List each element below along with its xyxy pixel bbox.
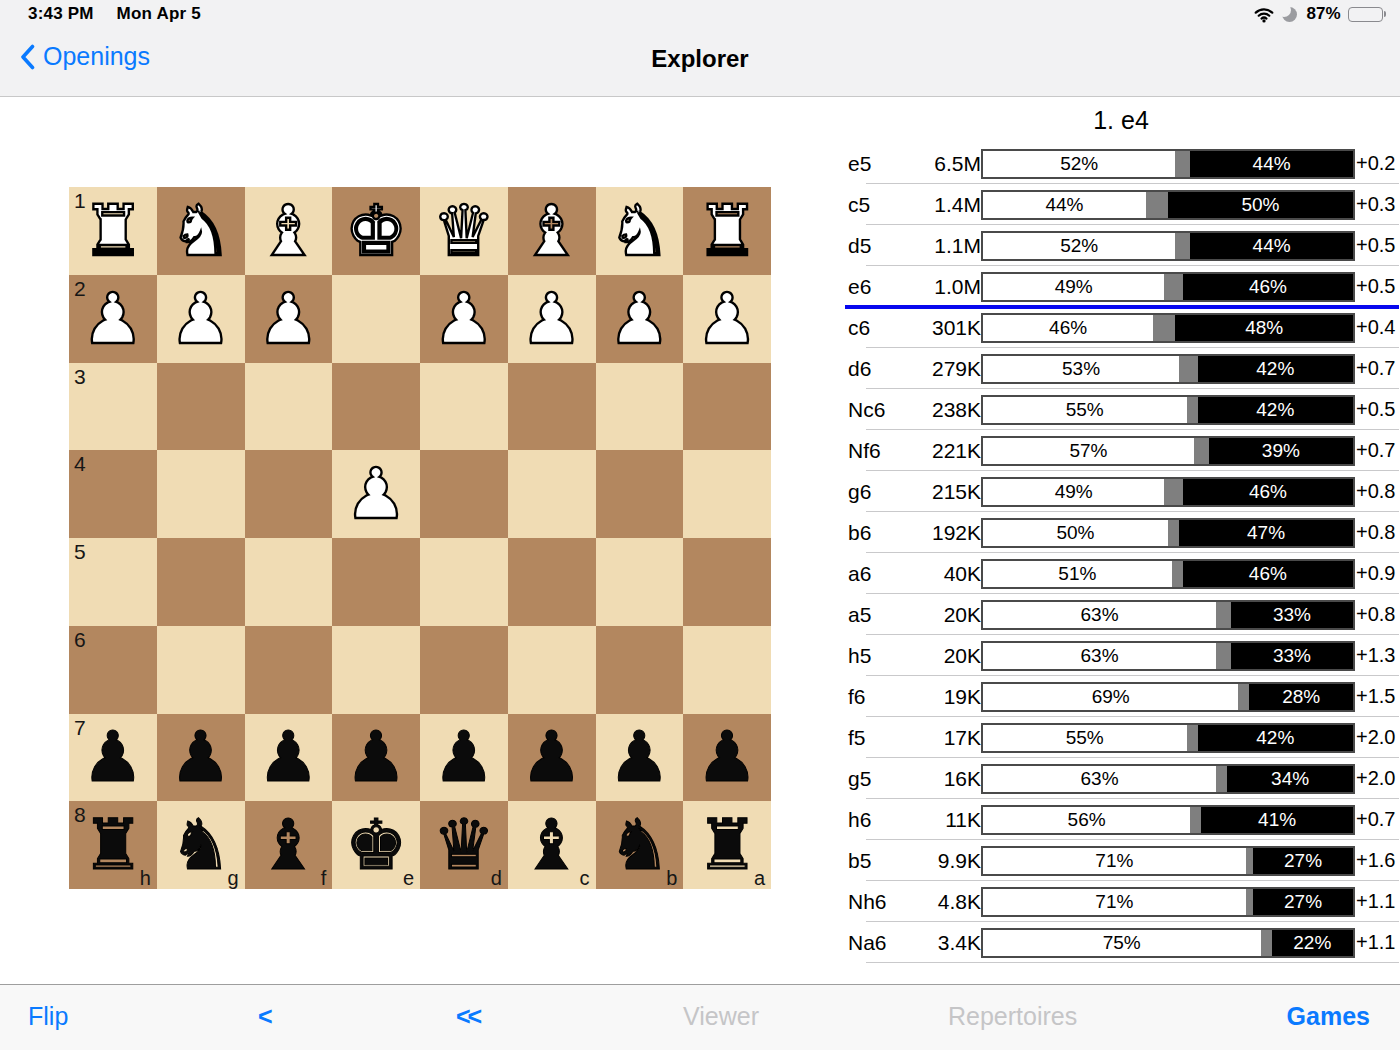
- black-win-segment: 28%: [1249, 684, 1353, 710]
- move-label: Nc6: [845, 398, 897, 422]
- file-label-f: f: [321, 867, 327, 890]
- moon-icon: [1282, 6, 1299, 23]
- black-pawn-piece: ♟: [596, 714, 684, 802]
- square-c5[interactable]: [508, 538, 596, 626]
- games-count: 9.9K: [897, 849, 981, 873]
- file-label-g: g: [227, 867, 238, 890]
- white-win-segment: 44%: [983, 192, 1146, 218]
- eval-label: +0.8: [1355, 480, 1397, 503]
- explorer-row-c5[interactable]: c51.4M44%50%+0.3: [845, 184, 1397, 225]
- white-win-segment: 52%: [983, 233, 1175, 259]
- file-label-b: b: [666, 867, 677, 890]
- black-pawn-piece: ♟: [332, 714, 420, 802]
- eval-label: +0.8: [1355, 521, 1397, 544]
- square-d1[interactable]: ♛: [420, 187, 508, 275]
- square-f2[interactable]: ♟: [245, 275, 333, 363]
- explorer-row-c6[interactable]: c6301K46%48%+0.4: [845, 307, 1397, 348]
- black-pawn-piece: ♟: [508, 714, 596, 802]
- move-label: b5: [845, 849, 897, 873]
- result-bar: 55%42%: [981, 723, 1355, 753]
- black-win-segment: 46%: [1183, 274, 1353, 300]
- page-title: Explorer: [0, 45, 1400, 73]
- file-label-h: h: [140, 867, 151, 890]
- move-label: e5: [845, 152, 897, 176]
- eval-label: +1.6: [1355, 849, 1397, 872]
- games-count: 279K: [897, 357, 981, 381]
- games-count: 6.5M: [897, 152, 981, 176]
- square-b8[interactable]: b♞: [596, 801, 684, 889]
- square-h2[interactable]: 2♟: [69, 275, 157, 363]
- rank-label-6: 6: [74, 628, 86, 652]
- white-pawn-piece: ♟: [332, 450, 420, 538]
- move-label: g6: [845, 480, 897, 504]
- draw-segment: [1190, 807, 1201, 833]
- square-e6[interactable]: [332, 626, 420, 714]
- games-count: 20K: [897, 644, 981, 668]
- move-label: Nf6: [845, 439, 897, 463]
- draw-segment: [1216, 602, 1231, 628]
- eval-label: +0.3: [1355, 193, 1397, 216]
- move-label: Na6: [845, 931, 897, 955]
- square-e8[interactable]: e♚: [332, 801, 420, 889]
- games-count: 1.1M: [897, 234, 981, 258]
- draw-segment: [1187, 397, 1198, 423]
- draw-segment: [1187, 725, 1198, 751]
- wifi-icon: [1253, 6, 1275, 23]
- draw-segment: [1246, 889, 1253, 915]
- explorer-row-a5[interactable]: a520K63%33%+0.8: [845, 594, 1397, 635]
- square-g3[interactable]: [157, 363, 245, 451]
- square-f6[interactable]: [245, 626, 333, 714]
- result-bar: 52%44%: [981, 149, 1355, 179]
- rank-label-4: 4: [74, 452, 86, 476]
- square-g5[interactable]: [157, 538, 245, 626]
- file-label-d: d: [491, 867, 502, 890]
- file-label-e: e: [403, 867, 414, 890]
- explorer-row-Nh6[interactable]: Nh64.8K71%27%+1.1: [845, 881, 1397, 922]
- draw-segment: [1168, 520, 1179, 546]
- black-pawn-piece: ♟: [683, 714, 771, 802]
- white-win-segment: 53%: [983, 356, 1179, 382]
- draw-segment: [1216, 643, 1231, 669]
- games-count: 215K: [897, 480, 981, 504]
- move-label: Nh6: [845, 890, 897, 914]
- black-win-segment: 46%: [1183, 561, 1353, 587]
- square-b2[interactable]: ♟: [596, 275, 684, 363]
- black-win-segment: 22%: [1272, 930, 1353, 956]
- rank-label-2: 2: [74, 277, 86, 301]
- square-d4[interactable]: [420, 450, 508, 538]
- draw-segment: [1261, 930, 1272, 956]
- games-count: 11K: [897, 808, 981, 832]
- opening-explorer: 1. e4 e56.5M52%44%+0.2c51.4M44%50%+0.3d5…: [845, 97, 1397, 963]
- black-win-segment: 44%: [1190, 233, 1353, 259]
- square-g1[interactable]: ♞: [157, 187, 245, 275]
- move-label: f5: [845, 726, 897, 750]
- square-f5[interactable]: [245, 538, 333, 626]
- white-win-segment: 50%: [983, 520, 1168, 546]
- square-h4[interactable]: 4: [69, 450, 157, 538]
- square-b6[interactable]: [596, 626, 684, 714]
- explorer-row-b5[interactable]: b59.9K71%27%+1.6: [845, 840, 1397, 881]
- square-b5[interactable]: [596, 538, 684, 626]
- result-bar: 75%22%: [981, 928, 1355, 958]
- move-label: c5: [845, 193, 897, 217]
- rank-label-8: 8: [74, 803, 86, 827]
- eval-label: +0.7: [1355, 808, 1397, 831]
- square-g6[interactable]: [157, 626, 245, 714]
- white-bishop-piece: ♝: [508, 187, 596, 275]
- white-king-piece: ♚: [332, 187, 420, 275]
- games-count: 16K: [897, 767, 981, 791]
- eval-label: +1.5: [1355, 685, 1397, 708]
- eval-label: +0.7: [1355, 357, 1397, 380]
- white-queen-piece: ♛: [420, 187, 508, 275]
- flip-button[interactable]: Flip: [28, 1002, 68, 1031]
- square-d7[interactable]: ♟: [420, 714, 508, 802]
- black-win-segment: 42%: [1198, 725, 1353, 751]
- chess-board[interactable]: 1♜♞♝♚♛♝♞♜2♟♟♟♟♟♟♟34♟567♟♟♟♟♟♟♟♟8h♜g♞f♝e♚…: [69, 187, 771, 889]
- white-win-segment: 63%: [983, 602, 1216, 628]
- eval-label: +0.8: [1355, 603, 1397, 626]
- explorer-row-d5[interactable]: d51.1M52%44%+0.5: [845, 225, 1397, 266]
- square-e2[interactable]: [332, 275, 420, 363]
- games-count: 192K: [897, 521, 981, 545]
- draw-segment: [1175, 151, 1190, 177]
- square-h5[interactable]: 5: [69, 538, 157, 626]
- black-win-segment: 44%: [1190, 151, 1353, 177]
- explorer-row-Nf6[interactable]: Nf6221K57%39%+0.7: [845, 430, 1397, 471]
- repertoires-tab: Repertoires: [948, 1002, 1077, 1031]
- square-a7[interactable]: ♟: [683, 714, 771, 802]
- black-win-segment: 46%: [1183, 479, 1353, 505]
- square-b1[interactable]: ♞: [596, 187, 684, 275]
- square-h8[interactable]: 8h♜: [69, 801, 157, 889]
- square-a5[interactable]: [683, 538, 771, 626]
- square-a2[interactable]: ♟: [683, 275, 771, 363]
- move-label: c6: [845, 316, 897, 340]
- battery-percent: 87%: [1306, 4, 1340, 24]
- move-label: f6: [845, 685, 897, 709]
- black-bishop-piece: ♝: [245, 801, 333, 889]
- move-label: d6: [845, 357, 897, 381]
- white-pawn-piece: ♟: [508, 275, 596, 363]
- black-win-segment: 42%: [1198, 356, 1353, 382]
- black-win-segment: 47%: [1179, 520, 1353, 546]
- square-e4[interactable]: ♟: [332, 450, 420, 538]
- eval-label: +0.5: [1355, 275, 1397, 298]
- square-c3[interactable]: [508, 363, 596, 451]
- result-bar: 44%50%: [981, 190, 1355, 220]
- square-a6[interactable]: [683, 626, 771, 714]
- games-count: 1.0M: [897, 275, 981, 299]
- status-time-date: 3:43 PM Mon Apr 5: [28, 4, 201, 24]
- white-win-segment: 55%: [983, 397, 1187, 423]
- black-win-segment: 34%: [1227, 766, 1353, 792]
- square-e7[interactable]: ♟: [332, 714, 420, 802]
- square-c7[interactable]: ♟: [508, 714, 596, 802]
- square-h3[interactable]: 3: [69, 363, 157, 451]
- rank-label-7: 7: [74, 716, 86, 740]
- white-win-segment: 46%: [983, 315, 1153, 341]
- square-g2[interactable]: ♟: [157, 275, 245, 363]
- draw-segment: [1146, 192, 1168, 218]
- viewer-tab: Viewer: [683, 1002, 759, 1031]
- square-h7[interactable]: 7♟: [69, 714, 157, 802]
- file-label-c: c: [580, 867, 590, 890]
- eval-label: +0.2: [1355, 152, 1397, 175]
- result-bar: 49%46%: [981, 272, 1355, 302]
- square-f7[interactable]: ♟: [245, 714, 333, 802]
- move-label: e6: [845, 275, 897, 299]
- white-win-segment: 75%: [983, 930, 1261, 956]
- black-win-segment: 27%: [1253, 848, 1353, 874]
- move-label: h6: [845, 808, 897, 832]
- black-win-segment: 39%: [1209, 438, 1353, 464]
- black-win-segment: 27%: [1253, 889, 1353, 915]
- square-d3[interactable]: [420, 363, 508, 451]
- explorer-row-h6[interactable]: h611K56%41%+0.7: [845, 799, 1397, 840]
- square-g8[interactable]: g♞: [157, 801, 245, 889]
- white-bishop-piece: ♝: [245, 187, 333, 275]
- result-bar: 57%39%: [981, 436, 1355, 466]
- eval-label: +0.7: [1355, 439, 1397, 462]
- games-count: 40K: [897, 562, 981, 586]
- explorer-row-b6[interactable]: b6192K50%47%+0.8: [845, 512, 1397, 553]
- white-pawn-piece: ♟: [157, 275, 245, 363]
- white-knight-piece: ♞: [157, 187, 245, 275]
- square-f3[interactable]: [245, 363, 333, 451]
- games-tab[interactable]: Games: [1287, 1002, 1370, 1031]
- move-label: d5: [845, 234, 897, 258]
- square-b3[interactable]: [596, 363, 684, 451]
- explorer-row-h5[interactable]: h520K63%33%+1.3: [845, 635, 1397, 676]
- square-a4[interactable]: [683, 450, 771, 538]
- eval-label: +2.0: [1355, 767, 1397, 790]
- white-pawn-piece: ♟: [245, 275, 333, 363]
- eval-label: +0.5: [1355, 234, 1397, 257]
- result-bar: 69%28%: [981, 682, 1355, 712]
- draw-segment: [1164, 479, 1183, 505]
- square-a3[interactable]: [683, 363, 771, 451]
- file-label-a: a: [754, 867, 765, 890]
- square-g4[interactable]: [157, 450, 245, 538]
- games-count: 221K: [897, 439, 981, 463]
- black-pawn-piece: ♟: [245, 714, 333, 802]
- draw-segment: [1238, 684, 1249, 710]
- explorer-row-a6[interactable]: a640K51%46%+0.9: [845, 553, 1397, 594]
- white-pawn-piece: ♟: [596, 275, 684, 363]
- result-bar: 55%42%: [981, 395, 1355, 425]
- square-h1[interactable]: 1♜: [69, 187, 157, 275]
- draw-segment: [1179, 356, 1198, 382]
- square-f8[interactable]: f♝: [245, 801, 333, 889]
- square-h6[interactable]: 6: [69, 626, 157, 714]
- explorer-row-Na6[interactable]: Na63.4K75%22%+1.1: [845, 922, 1397, 963]
- explorer-row-d6[interactable]: d6279K53%42%+0.7: [845, 348, 1397, 389]
- games-count: 1.4M: [897, 193, 981, 217]
- white-win-segment: 55%: [983, 725, 1187, 751]
- white-win-segment: 51%: [983, 561, 1172, 587]
- draw-segment: [1164, 274, 1183, 300]
- black-win-segment: 41%: [1201, 807, 1353, 833]
- square-e1[interactable]: ♚: [332, 187, 420, 275]
- square-c8[interactable]: c♝: [508, 801, 596, 889]
- black-win-segment: 50%: [1168, 192, 1353, 218]
- square-d6[interactable]: [420, 626, 508, 714]
- eval-label: +1.1: [1355, 931, 1397, 954]
- white-win-segment: 69%: [983, 684, 1238, 710]
- draw-segment: [1194, 438, 1209, 464]
- square-f1[interactable]: ♝: [245, 187, 333, 275]
- rewind-button[interactable]: <<: [456, 1002, 479, 1031]
- square-b7[interactable]: ♟: [596, 714, 684, 802]
- status-date: Mon Apr 5: [117, 4, 201, 23]
- eval-label: +1.3: [1355, 644, 1397, 667]
- prev-move-button[interactable]: <: [258, 1002, 273, 1031]
- explorer-header: 1. e4: [845, 97, 1397, 143]
- draw-segment: [1172, 561, 1183, 587]
- white-rook-piece: ♜: [683, 187, 771, 275]
- result-bar: 53%42%: [981, 354, 1355, 384]
- bottom-toolbar: Flip < << Viewer Repertoires Games: [0, 984, 1400, 1050]
- games-count: 4.8K: [897, 890, 981, 914]
- result-bar: 71%27%: [981, 846, 1355, 876]
- white-pawn-piece: ♟: [420, 275, 508, 363]
- status-time: 3:43 PM: [28, 4, 94, 23]
- result-bar: 50%47%: [981, 518, 1355, 548]
- white-pawn-piece: ♟: [683, 275, 771, 363]
- explorer-rows: e56.5M52%44%+0.2c51.4M44%50%+0.3d51.1M52…: [845, 143, 1397, 963]
- result-bar: 71%27%: [981, 887, 1355, 917]
- rank-label-3: 3: [74, 365, 86, 389]
- eval-label: +0.5: [1355, 398, 1397, 421]
- result-bar: 46%48%: [981, 313, 1355, 343]
- explorer-row-g5[interactable]: g516K63%34%+2.0: [845, 758, 1397, 799]
- white-win-segment: 71%: [983, 889, 1246, 915]
- square-d5[interactable]: [420, 538, 508, 626]
- square-e5[interactable]: [332, 538, 420, 626]
- square-a8[interactable]: a♜: [683, 801, 771, 889]
- move-label: g5: [845, 767, 897, 791]
- result-bar: 63%33%: [981, 641, 1355, 671]
- draw-segment: [1216, 766, 1227, 792]
- draw-segment: [1175, 233, 1190, 259]
- explorer-row-g6[interactable]: g6215K49%46%+0.8: [845, 471, 1397, 512]
- square-g7[interactable]: ♟: [157, 714, 245, 802]
- result-bar: 56%41%: [981, 805, 1355, 835]
- rank-label-5: 5: [74, 540, 86, 564]
- white-win-segment: 63%: [983, 766, 1216, 792]
- result-bar: 52%44%: [981, 231, 1355, 261]
- move-label: b6: [845, 521, 897, 545]
- explorer-row-f5[interactable]: f517K55%42%+2.0: [845, 717, 1397, 758]
- square-c4[interactable]: [508, 450, 596, 538]
- draw-segment: [1153, 315, 1175, 341]
- result-bar: 63%33%: [981, 600, 1355, 630]
- black-win-segment: 48%: [1175, 315, 1353, 341]
- square-d8[interactable]: d♛: [420, 801, 508, 889]
- explorer-row-f6[interactable]: f619K69%28%+1.5: [845, 676, 1397, 717]
- explorer-row-e6[interactable]: e61.0M49%46%+0.5: [845, 266, 1397, 307]
- black-win-segment: 42%: [1198, 397, 1353, 423]
- black-win-segment: 33%: [1231, 643, 1353, 669]
- eval-label: +0.9: [1355, 562, 1397, 585]
- white-knight-piece: ♞: [596, 187, 684, 275]
- square-c6[interactable]: [508, 626, 596, 714]
- result-bar: 51%46%: [981, 559, 1355, 589]
- games-count: 3.4K: [897, 931, 981, 955]
- black-win-segment: 33%: [1231, 602, 1353, 628]
- draw-segment: [1246, 848, 1253, 874]
- games-count: 20K: [897, 603, 981, 627]
- explorer-row-Nc6[interactable]: Nc6238K55%42%+0.5: [845, 389, 1397, 430]
- games-count: 301K: [897, 316, 981, 340]
- move-label: h5: [845, 644, 897, 668]
- header-bar: 3:43 PM Mon Apr 5 87% Openings Explorer: [0, 0, 1400, 97]
- white-win-segment: 56%: [983, 807, 1190, 833]
- square-c2[interactable]: ♟: [508, 275, 596, 363]
- eval-label: +1.1: [1355, 890, 1397, 913]
- white-win-segment: 49%: [983, 274, 1164, 300]
- black-pawn-piece: ♟: [420, 714, 508, 802]
- square-a1[interactable]: ♜: [683, 187, 771, 275]
- square-e3[interactable]: [332, 363, 420, 451]
- games-count: 19K: [897, 685, 981, 709]
- white-win-segment: 57%: [983, 438, 1194, 464]
- rank-label-1: 1: [74, 189, 86, 213]
- white-win-segment: 71%: [983, 848, 1246, 874]
- square-c1[interactable]: ♝: [508, 187, 596, 275]
- eval-label: +0.4: [1355, 316, 1397, 339]
- result-bar: 63%34%: [981, 764, 1355, 794]
- games-count: 238K: [897, 398, 981, 422]
- white-win-segment: 49%: [983, 479, 1164, 505]
- white-win-segment: 52%: [983, 151, 1175, 177]
- square-d2[interactable]: ♟: [420, 275, 508, 363]
- eval-label: +2.0: [1355, 726, 1397, 749]
- battery-icon: [1348, 7, 1387, 22]
- square-f4[interactable]: [245, 450, 333, 538]
- explorer-row-e5[interactable]: e56.5M52%44%+0.2: [845, 143, 1397, 184]
- move-label: a6: [845, 562, 897, 586]
- move-label: a5: [845, 603, 897, 627]
- games-count: 17K: [897, 726, 981, 750]
- square-b4[interactable]: [596, 450, 684, 538]
- black-pawn-piece: ♟: [157, 714, 245, 802]
- result-bar: 49%46%: [981, 477, 1355, 507]
- white-win-segment: 63%: [983, 643, 1216, 669]
